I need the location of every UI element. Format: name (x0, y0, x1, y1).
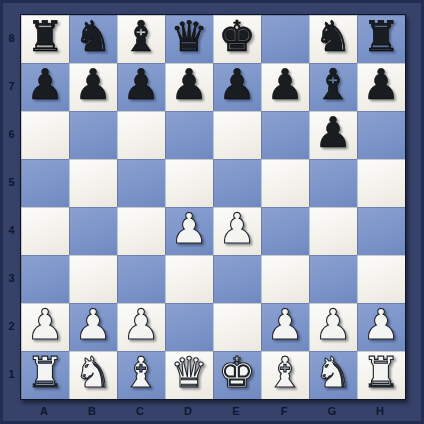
square-c3[interactable] (117, 255, 165, 303)
square-f8[interactable] (261, 15, 309, 63)
file-labels: ABCDEFGH (20, 400, 404, 421)
piece-black-rook[interactable]: ♜ (362, 13, 400, 61)
square-c8[interactable]: ♝ (117, 15, 165, 63)
square-e1[interactable]: ♚ (213, 351, 261, 399)
square-d8[interactable]: ♛ (165, 15, 213, 63)
piece-white-king[interactable]: ♚ (218, 349, 256, 397)
square-h3[interactable] (357, 255, 405, 303)
piece-white-pawn[interactable]: ♟ (74, 301, 112, 349)
square-e6[interactable] (213, 111, 261, 159)
piece-white-knight[interactable]: ♞ (314, 349, 352, 397)
square-g6[interactable]: ♟ (309, 111, 357, 159)
piece-black-pawn[interactable]: ♟ (122, 61, 160, 109)
square-h1[interactable]: ♜ (357, 351, 405, 399)
square-e5[interactable] (213, 159, 261, 207)
square-a2[interactable]: ♟ (21, 303, 69, 351)
square-g4[interactable] (309, 207, 357, 255)
square-a8[interactable]: ♜ (21, 15, 69, 63)
piece-black-bishop[interactable]: ♝ (314, 61, 352, 109)
square-c4[interactable] (117, 207, 165, 255)
square-b3[interactable] (69, 255, 117, 303)
piece-black-pawn[interactable]: ♟ (218, 61, 256, 109)
square-c1[interactable]: ♝ (117, 351, 165, 399)
square-g3[interactable] (309, 255, 357, 303)
square-f6[interactable] (261, 111, 309, 159)
piece-black-pawn[interactable]: ♟ (74, 61, 112, 109)
square-a5[interactable] (21, 159, 69, 207)
square-g8[interactable]: ♞ (309, 15, 357, 63)
square-b2[interactable]: ♟ (69, 303, 117, 351)
chess-board[interactable]: ♜♞♝♛♚♞♜♟♟♟♟♟♟♝♟♟♟♟♟♟♟♟♟♟♜♞♝♛♚♝♞♜ (20, 14, 406, 400)
square-g7[interactable]: ♝ (309, 63, 357, 111)
square-h6[interactable] (357, 111, 405, 159)
square-a3[interactable] (21, 255, 69, 303)
square-h7[interactable]: ♟ (357, 63, 405, 111)
piece-white-bishop[interactable]: ♝ (122, 349, 160, 397)
square-e7[interactable]: ♟ (213, 63, 261, 111)
piece-white-pawn[interactable]: ♟ (122, 301, 160, 349)
square-b6[interactable] (69, 111, 117, 159)
piece-white-pawn[interactable]: ♟ (218, 205, 256, 253)
square-d4[interactable]: ♟ (165, 207, 213, 255)
square-g1[interactable]: ♞ (309, 351, 357, 399)
piece-white-rook[interactable]: ♜ (26, 349, 64, 397)
square-e4[interactable]: ♟ (213, 207, 261, 255)
piece-white-pawn[interactable]: ♟ (362, 301, 400, 349)
file-label-b: B (68, 400, 116, 421)
piece-black-bishop[interactable]: ♝ (122, 13, 160, 61)
square-b7[interactable]: ♟ (69, 63, 117, 111)
piece-black-pawn[interactable]: ♟ (362, 61, 400, 109)
piece-white-knight[interactable]: ♞ (74, 349, 112, 397)
chess-app-window: 87654321 ♜♞♝♛♚♞♜♟♟♟♟♟♟♝♟♟♟♟♟♟♟♟♟♟♜♞♝♛♚♝♞… (0, 0, 424, 424)
file-label-f: F (260, 400, 308, 421)
piece-black-pawn[interactable]: ♟ (314, 109, 352, 157)
rank-label-7: 7 (3, 62, 20, 110)
file-label-e: E (212, 400, 260, 421)
square-e2[interactable] (213, 303, 261, 351)
file-label-d: D (164, 400, 212, 421)
square-f4[interactable] (261, 207, 309, 255)
rank-label-1: 1 (3, 350, 20, 398)
square-a1[interactable]: ♜ (21, 351, 69, 399)
square-f3[interactable] (261, 255, 309, 303)
square-e8[interactable]: ♚ (213, 15, 261, 63)
square-b8[interactable]: ♞ (69, 15, 117, 63)
piece-white-bishop[interactable]: ♝ (266, 349, 304, 397)
piece-black-pawn[interactable]: ♟ (26, 61, 64, 109)
square-a4[interactable] (21, 207, 69, 255)
piece-black-rook[interactable]: ♜ (26, 13, 64, 61)
square-c5[interactable] (117, 159, 165, 207)
square-c2[interactable]: ♟ (117, 303, 165, 351)
square-e3[interactable] (213, 255, 261, 303)
square-h4[interactable] (357, 207, 405, 255)
square-d6[interactable] (165, 111, 213, 159)
square-c6[interactable] (117, 111, 165, 159)
square-h8[interactable]: ♜ (357, 15, 405, 63)
square-g5[interactable] (309, 159, 357, 207)
square-h2[interactable]: ♟ (357, 303, 405, 351)
square-h5[interactable] (357, 159, 405, 207)
piece-black-king[interactable]: ♚ (218, 13, 256, 61)
rank-label-4: 4 (3, 206, 20, 254)
piece-white-rook[interactable]: ♜ (362, 349, 400, 397)
file-label-g: G (308, 400, 356, 421)
square-d1[interactable]: ♛ (165, 351, 213, 399)
piece-black-knight[interactable]: ♞ (74, 13, 112, 61)
square-b5[interactable] (69, 159, 117, 207)
piece-black-pawn[interactable]: ♟ (266, 61, 304, 109)
rank-label-2: 2 (3, 302, 20, 350)
piece-black-queen[interactable]: ♛ (170, 13, 208, 61)
square-f1[interactable]: ♝ (261, 351, 309, 399)
piece-black-pawn[interactable]: ♟ (170, 61, 208, 109)
square-a6[interactable] (21, 111, 69, 159)
square-d7[interactable]: ♟ (165, 63, 213, 111)
rank-label-6: 6 (3, 110, 20, 158)
square-a7[interactable]: ♟ (21, 63, 69, 111)
rank-label-3: 3 (3, 254, 20, 302)
square-d3[interactable] (165, 255, 213, 303)
piece-white-pawn[interactable]: ♟ (314, 301, 352, 349)
piece-white-pawn[interactable]: ♟ (26, 301, 64, 349)
file-label-a: A (20, 400, 68, 421)
file-label-h: H (356, 400, 404, 421)
piece-white-queen[interactable]: ♛ (170, 349, 208, 397)
square-b4[interactable] (69, 207, 117, 255)
square-f7[interactable]: ♟ (261, 63, 309, 111)
rank-label-5: 5 (3, 158, 20, 206)
piece-white-pawn[interactable]: ♟ (170, 205, 208, 253)
square-d5[interactable] (165, 159, 213, 207)
piece-black-knight[interactable]: ♞ (314, 13, 352, 61)
square-c7[interactable]: ♟ (117, 63, 165, 111)
square-f2[interactable]: ♟ (261, 303, 309, 351)
square-f5[interactable] (261, 159, 309, 207)
square-d2[interactable] (165, 303, 213, 351)
file-label-c: C (116, 400, 164, 421)
rank-label-8: 8 (3, 14, 20, 62)
rank-labels: 87654321 (3, 14, 20, 398)
square-b1[interactable]: ♞ (69, 351, 117, 399)
square-g2[interactable]: ♟ (309, 303, 357, 351)
piece-white-pawn[interactable]: ♟ (266, 301, 304, 349)
